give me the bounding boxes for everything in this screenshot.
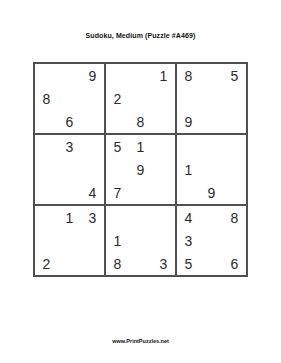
sudoku-cell[interactable] (223, 110, 246, 133)
sudoku-cell[interactable]: 9 (129, 158, 153, 182)
sudoku-cell[interactable] (223, 181, 246, 204)
sudoku-cell[interactable] (177, 135, 201, 159)
sudoku-cell[interactable] (223, 229, 246, 253)
sudoku-cell[interactable] (152, 158, 175, 182)
sudoku-cell[interactable] (58, 181, 82, 204)
sudoku-board: 9861288593451971913218348356 (33, 62, 248, 277)
sudoku-cell[interactable]: 1 (58, 206, 82, 230)
sudoku-cell[interactable] (129, 206, 153, 230)
sudoku-cell[interactable] (81, 229, 104, 253)
sudoku-cell[interactable] (106, 206, 130, 230)
sudoku-cell[interactable]: 8 (223, 206, 246, 230)
sudoku-cell[interactable] (35, 229, 59, 253)
sudoku-cell[interactable]: 6 (58, 110, 82, 133)
sudoku-cell[interactable] (129, 181, 153, 204)
sudoku-cell[interactable] (106, 64, 130, 88)
sudoku-cell[interactable]: 5 (106, 135, 130, 159)
sudoku-cell[interactable] (152, 87, 175, 111)
sudoku-cell[interactable] (200, 135, 224, 159)
sudoku-cell[interactable] (152, 135, 175, 159)
sudoku-cell[interactable] (35, 135, 59, 159)
sudoku-cell[interactable]: 8 (106, 252, 130, 275)
sudoku-cell[interactable] (35, 206, 59, 230)
sudoku-box: 132 (34, 205, 105, 276)
sudoku-cell[interactable]: 3 (177, 229, 201, 253)
sudoku-cell[interactable]: 3 (152, 252, 175, 275)
sudoku-cell[interactable] (152, 229, 175, 253)
sudoku-cell[interactable]: 3 (58, 135, 82, 159)
sudoku-cell[interactable] (152, 206, 175, 230)
sudoku-cell[interactable] (223, 135, 246, 159)
sudoku-cell[interactable] (129, 64, 153, 88)
sudoku-cell[interactable] (200, 158, 224, 182)
sudoku-cell[interactable] (58, 158, 82, 182)
sudoku-cell[interactable] (35, 158, 59, 182)
sudoku-box: 859 (176, 63, 247, 134)
sudoku-box: 128 (105, 63, 176, 134)
puzzle-title: Sudoku, Medium (Puzzle #A469) (0, 32, 281, 39)
sudoku-box: 19 (176, 134, 247, 205)
sudoku-cell[interactable]: 7 (106, 181, 130, 204)
sudoku-cell[interactable] (200, 110, 224, 133)
sudoku-cell[interactable] (152, 110, 175, 133)
sudoku-cell[interactable]: 8 (35, 87, 59, 111)
sudoku-cell[interactable] (58, 64, 82, 88)
sudoku-cell[interactable]: 1 (106, 229, 130, 253)
sudoku-cell[interactable] (200, 252, 224, 275)
footer-url: www.PrintPuzzles.net (0, 338, 281, 344)
sudoku-box: 34 (34, 134, 105, 205)
sudoku-box: 48356 (176, 205, 247, 276)
sudoku-cell[interactable] (35, 181, 59, 204)
sudoku-cell[interactable] (81, 158, 104, 182)
sudoku-cell[interactable] (177, 181, 201, 204)
sudoku-cell[interactable]: 1 (177, 158, 201, 182)
sudoku-cell[interactable]: 8 (177, 64, 201, 88)
sudoku-box: 5197 (105, 134, 176, 205)
sudoku-cell[interactable]: 9 (81, 64, 104, 88)
sudoku-cell[interactable] (35, 110, 59, 133)
sudoku-cell[interactable] (129, 252, 153, 275)
sudoku-cell[interactable] (58, 229, 82, 253)
sudoku-cell[interactable] (200, 229, 224, 253)
sudoku-cell[interactable] (223, 87, 246, 111)
sudoku-cell[interactable] (81, 87, 104, 111)
sudoku-cell[interactable]: 5 (223, 64, 246, 88)
sudoku-cell[interactable]: 1 (152, 64, 175, 88)
sudoku-cell[interactable]: 6 (223, 252, 246, 275)
sudoku-cell[interactable]: 2 (106, 87, 130, 111)
sudoku-cell[interactable] (106, 110, 130, 133)
sudoku-cell[interactable] (58, 87, 82, 111)
sudoku-cell[interactable] (58, 252, 82, 275)
sudoku-cell[interactable] (200, 87, 224, 111)
sudoku-cell[interactable] (81, 252, 104, 275)
sudoku-cell[interactable] (129, 87, 153, 111)
sudoku-cell[interactable] (35, 64, 59, 88)
sudoku-box: 986 (34, 63, 105, 134)
sudoku-box: 183 (105, 205, 176, 276)
sudoku-cell[interactable]: 3 (81, 206, 104, 230)
sudoku-cell[interactable]: 1 (129, 135, 153, 159)
board-container: 9861288593451971913218348356 (0, 62, 281, 277)
sudoku-cell[interactable]: 9 (177, 110, 201, 133)
sudoku-cell[interactable] (152, 181, 175, 204)
sudoku-cell[interactable]: 4 (81, 181, 104, 204)
sudoku-cell[interactable] (200, 64, 224, 88)
printable-puzzle-page: Sudoku, Medium (Puzzle #A469) 9861288593… (0, 0, 281, 363)
sudoku-cell[interactable]: 8 (129, 110, 153, 133)
sudoku-cell[interactable] (81, 110, 104, 133)
sudoku-cell[interactable] (106, 158, 130, 182)
sudoku-cell[interactable] (81, 135, 104, 159)
sudoku-cell[interactable] (129, 229, 153, 253)
sudoku-cell[interactable] (177, 87, 201, 111)
sudoku-cell[interactable] (200, 206, 224, 230)
sudoku-cell[interactable]: 2 (35, 252, 59, 275)
sudoku-cell[interactable]: 5 (177, 252, 201, 275)
sudoku-cell[interactable]: 4 (177, 206, 201, 230)
sudoku-cell[interactable]: 9 (200, 181, 224, 204)
sudoku-cell[interactable] (223, 158, 246, 182)
